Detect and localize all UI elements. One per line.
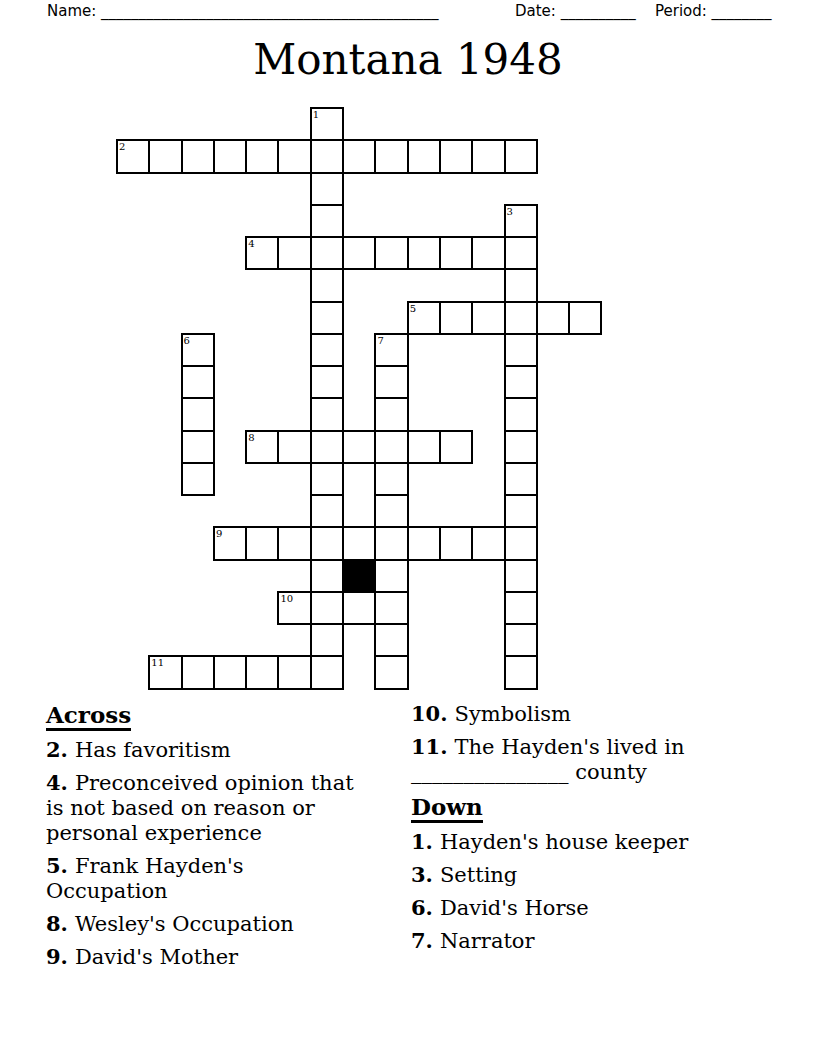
- grid-cell[interactable]: [504, 236, 538, 270]
- name-field: Name: __________________________________…: [47, 2, 439, 20]
- period-blank: ________: [712, 2, 772, 20]
- grid-cell[interactable]: [374, 559, 408, 593]
- grid-cell[interactable]: 4: [245, 236, 279, 270]
- clue-item: 10.Symbolism: [411, 701, 785, 727]
- clue-number-label: 8.: [46, 911, 68, 936]
- grid-cell[interactable]: [181, 655, 215, 689]
- grid-cell[interactable]: [310, 494, 344, 528]
- puzzle-title: Montana 1948: [0, 36, 816, 84]
- clue-number-label: 11.: [411, 734, 448, 759]
- grid-cell[interactable]: [407, 526, 441, 560]
- grid-cell[interactable]: [504, 623, 538, 657]
- clue-text: Setting: [440, 863, 517, 887]
- grid-cell[interactable]: [342, 526, 376, 560]
- grid-cell[interactable]: [504, 301, 538, 335]
- grid-cell[interactable]: [374, 462, 408, 496]
- grid-cell[interactable]: [471, 139, 505, 173]
- clue-number: 8: [248, 432, 254, 443]
- clue-number: 3: [507, 206, 513, 217]
- period-field: Period: ________: [655, 2, 772, 20]
- grid-cell[interactable]: [504, 365, 538, 399]
- clue-text: Has favoritism: [75, 738, 231, 762]
- grid-cell[interactable]: [310, 333, 344, 367]
- date-blank: __________: [561, 2, 636, 20]
- grid-cell[interactable]: [374, 236, 408, 270]
- grid-cell[interactable]: [374, 591, 408, 625]
- grid-cell[interactable]: 2: [116, 139, 150, 173]
- grid-cell[interactable]: [310, 204, 344, 238]
- grid-cell[interactable]: [504, 397, 538, 431]
- grid-cell[interactable]: [407, 236, 441, 270]
- black-cell: [342, 559, 376, 593]
- grid-cell[interactable]: [504, 591, 538, 625]
- grid-cell[interactable]: [504, 139, 538, 173]
- grid-cell[interactable]: [504, 494, 538, 528]
- grid-cell[interactable]: [310, 430, 344, 464]
- grid-cell[interactable]: [471, 526, 505, 560]
- grid-cell[interactable]: [310, 236, 344, 270]
- grid-cell[interactable]: 8: [245, 430, 279, 464]
- grid-cell[interactable]: [181, 139, 215, 173]
- clue-number: 2: [119, 141, 125, 152]
- grid-cell[interactable]: [310, 365, 344, 399]
- grid-cell[interactable]: [374, 623, 408, 657]
- grid-cell[interactable]: [407, 430, 441, 464]
- grid-cell[interactable]: [277, 236, 311, 270]
- grid-cell[interactable]: [439, 301, 473, 335]
- grid-cell[interactable]: [374, 526, 408, 560]
- clue-number: 4: [248, 238, 254, 249]
- clue-item: 11.The Hayden's lived in _______________…: [411, 734, 785, 785]
- clue-text: Frank Hayden's Occupation: [46, 854, 244, 903]
- grid-cell[interactable]: [568, 301, 602, 335]
- grid-cell[interactable]: [374, 655, 408, 689]
- clue-text: The Hayden's lived in _______________ co…: [411, 735, 685, 784]
- down-heading: Down: [411, 793, 785, 823]
- clue-number-label: 5.: [46, 853, 68, 878]
- clue-number-label: 9.: [46, 944, 68, 969]
- grid-cell[interactable]: [213, 655, 247, 689]
- clue-number-label: 7.: [411, 928, 433, 953]
- grid-cell[interactable]: 9: [213, 526, 247, 560]
- grid-cell[interactable]: [277, 655, 311, 689]
- grid-cell[interactable]: [374, 397, 408, 431]
- clue-text: David's Horse: [440, 896, 589, 920]
- grid-cell[interactable]: [504, 333, 538, 367]
- grid-cell[interactable]: [504, 655, 538, 689]
- grid-cell[interactable]: 3: [504, 204, 538, 238]
- across-clues-right: 10.Symbolism11.The Hayden's lived in ___…: [411, 701, 785, 785]
- grid-cell[interactable]: 11: [148, 655, 182, 689]
- clue-number: 1: [313, 109, 319, 120]
- grid-cell[interactable]: [245, 139, 279, 173]
- grid-cell[interactable]: 10: [277, 591, 311, 625]
- clue-item: 3.Setting: [411, 862, 785, 888]
- grid-cell[interactable]: [181, 365, 215, 399]
- clue-text: Narrator: [440, 929, 535, 953]
- grid-cell[interactable]: 5: [407, 301, 441, 335]
- clue-text: Hayden's house keeper: [440, 830, 688, 854]
- grid-cell[interactable]: [504, 526, 538, 560]
- grid-cell[interactable]: [148, 139, 182, 173]
- clue-number: 5: [410, 303, 416, 314]
- clue-text: Preconceived opinion that is not based o…: [46, 771, 354, 845]
- clue-number: 7: [377, 335, 383, 346]
- grid-cell[interactable]: [310, 591, 344, 625]
- grid-cell[interactable]: [504, 430, 538, 464]
- grid-cell[interactable]: [342, 591, 376, 625]
- grid-cell[interactable]: [310, 268, 344, 302]
- grid-cell[interactable]: [374, 139, 408, 173]
- clue-text: Wesley's Occupation: [75, 912, 294, 936]
- grid-cell[interactable]: [504, 462, 538, 496]
- grid-cell[interactable]: [504, 559, 538, 593]
- clue-item: 8.Wesley's Occupation: [46, 911, 380, 937]
- grid-cell[interactable]: [374, 365, 408, 399]
- grid-cell[interactable]: 1: [310, 107, 344, 141]
- grid-cell[interactable]: [277, 430, 311, 464]
- grid-cell[interactable]: [407, 139, 441, 173]
- name-label: Name:: [47, 2, 96, 20]
- clue-item: 6.David's Horse: [411, 895, 785, 921]
- clue-number-label: 10.: [411, 701, 448, 726]
- grid-cell[interactable]: [310, 172, 344, 206]
- clue-text: Symbolism: [455, 702, 571, 726]
- grid-cell[interactable]: [310, 462, 344, 496]
- grid-cell[interactable]: [181, 462, 215, 496]
- grid-cell[interactable]: [536, 301, 570, 335]
- grid-cell[interactable]: 6: [181, 333, 215, 367]
- grid-cell[interactable]: [504, 268, 538, 302]
- grid-cell[interactable]: [439, 526, 473, 560]
- across-clues-left: 2.Has favoritism4.Preconceived opinion t…: [46, 737, 380, 970]
- grid-cell[interactable]: [374, 494, 408, 528]
- down-clues: 1.Hayden's house keeper3.Setting6.David'…: [411, 829, 785, 954]
- clue-number-label: 2.: [46, 737, 68, 762]
- clue-number: 11: [151, 657, 164, 668]
- grid-cell[interactable]: [245, 655, 279, 689]
- clue-number-label: 3.: [411, 862, 433, 887]
- clue-number-label: 4.: [46, 770, 68, 795]
- clue-text: David's Mother: [75, 945, 238, 969]
- clue-item: 2.Has favoritism: [46, 737, 380, 763]
- clue-item: 7.Narrator: [411, 928, 785, 954]
- grid-cell[interactable]: [310, 397, 344, 431]
- clue-item: 9.David's Mother: [46, 944, 380, 970]
- clue-number-label: 6.: [411, 895, 433, 920]
- grid-cell[interactable]: [310, 139, 344, 173]
- grid-cell[interactable]: [439, 139, 473, 173]
- grid-cell[interactable]: [471, 301, 505, 335]
- clue-item: 5.Frank Hayden's Occupation: [46, 853, 380, 904]
- clues-column-right: 10.Symbolism11.The Hayden's lived in ___…: [411, 701, 785, 961]
- grid-cell[interactable]: [310, 301, 344, 335]
- date-label: Date:: [515, 2, 556, 20]
- clue-item: 1.Hayden's house keeper: [411, 829, 785, 855]
- period-label: Period:: [655, 2, 707, 20]
- grid-cell[interactable]: [310, 559, 344, 593]
- clue-number: 9: [216, 528, 222, 539]
- name-blank: ________________________________________…: [101, 2, 439, 20]
- clue-number: 6: [184, 335, 190, 346]
- grid-cell[interactable]: [439, 430, 473, 464]
- clue-number: 10: [280, 593, 293, 604]
- grid-cell[interactable]: [277, 139, 311, 173]
- grid-cell[interactable]: [342, 139, 376, 173]
- grid-cell[interactable]: [310, 623, 344, 657]
- across-heading: Across: [46, 701, 380, 731]
- grid-cell[interactable]: [342, 236, 376, 270]
- grid-cell[interactable]: [181, 430, 215, 464]
- grid-cell[interactable]: [245, 526, 279, 560]
- grid-cell[interactable]: [213, 139, 247, 173]
- grid-cell[interactable]: [374, 430, 408, 464]
- clues-column-left: Across 2.Has favoritism4.Preconceived op…: [46, 701, 380, 977]
- grid-cell[interactable]: [439, 236, 473, 270]
- clue-number-label: 1.: [411, 829, 433, 854]
- grid-cell[interactable]: [310, 526, 344, 560]
- crossword-grid: 1234567891011: [117, 108, 601, 689]
- clue-item: 4.Preconceived opinion that is not based…: [46, 770, 380, 846]
- grid-cell[interactable]: [342, 430, 376, 464]
- date-field: Date: __________: [515, 2, 636, 20]
- grid-cell[interactable]: [277, 526, 311, 560]
- grid-cell[interactable]: [181, 397, 215, 431]
- grid-cell[interactable]: [310, 655, 344, 689]
- grid-cell[interactable]: 7: [374, 333, 408, 367]
- grid-cell[interactable]: [471, 236, 505, 270]
